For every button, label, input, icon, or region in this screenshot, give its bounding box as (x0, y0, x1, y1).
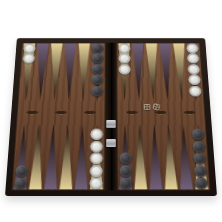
point[interactable] (117, 43, 132, 100)
white-checker[interactable] (22, 54, 34, 64)
points-bottom-right (118, 124, 210, 189)
black-checker[interactable] (91, 85, 103, 96)
black-checker[interactable] (92, 64, 104, 74)
board-half-left (11, 43, 105, 191)
dark-point-triangle (44, 124, 60, 189)
center-bar (105, 43, 117, 191)
dark-point-triangle (148, 124, 163, 189)
inlay-medallion (125, 110, 139, 115)
point[interactable] (76, 43, 91, 100)
light-point-triangle (77, 43, 90, 100)
white-checker[interactable] (118, 64, 130, 74)
light-point-triangle (59, 124, 74, 189)
white-checker[interactable] (90, 177, 103, 189)
point[interactable] (190, 124, 209, 189)
light-point-triangle (145, 43, 159, 100)
black-checker[interactable] (194, 165, 208, 177)
inlay-medallion (182, 110, 196, 115)
dark-point-triangle (63, 43, 77, 100)
white-checker[interactable] (188, 64, 200, 74)
inlay-medallion (83, 110, 97, 115)
inlay-band-right (118, 101, 205, 125)
white-checker[interactable] (118, 54, 130, 64)
points-top-right (117, 43, 203, 100)
die[interactable] (144, 104, 151, 110)
white-checker[interactable] (187, 54, 199, 64)
point[interactable] (62, 43, 78, 100)
point[interactable] (118, 124, 134, 189)
board-half-right (116, 43, 210, 191)
black-checker[interactable] (92, 43, 104, 53)
white-checker[interactable] (189, 85, 202, 96)
inlay-band-left (17, 101, 104, 125)
backgammon-board (5, 38, 217, 196)
hinge-icon (106, 139, 116, 147)
white-checker[interactable] (118, 43, 130, 53)
points-top-left (19, 43, 105, 100)
hinge-icon (106, 120, 116, 128)
point[interactable] (73, 124, 89, 189)
black-checker[interactable] (192, 141, 205, 153)
black-checker[interactable] (119, 153, 132, 165)
point[interactable] (186, 43, 204, 100)
light-point-triangle (48, 43, 63, 100)
point[interactable] (89, 124, 105, 189)
black-checker[interactable] (193, 153, 206, 165)
white-checker[interactable] (188, 75, 201, 85)
product-photo (0, 0, 222, 222)
inlay-medallion (54, 110, 68, 115)
dark-point-triangle (74, 124, 88, 189)
dice-pair[interactable] (144, 104, 160, 110)
point[interactable] (58, 124, 75, 189)
black-checker[interactable] (92, 54, 104, 64)
black-checker[interactable] (195, 177, 209, 189)
points-bottom-left (12, 124, 104, 189)
white-checker[interactable] (91, 129, 104, 140)
black-checker[interactable] (14, 165, 28, 177)
point[interactable] (90, 43, 105, 100)
black-checker[interactable] (91, 75, 103, 85)
inlay-medallion (25, 110, 39, 115)
white-checker[interactable] (187, 43, 199, 53)
black-checker[interactable] (192, 129, 205, 140)
die[interactable] (153, 103, 161, 110)
black-checker[interactable] (119, 177, 132, 189)
dark-point-triangle (132, 43, 145, 100)
white-checker[interactable] (90, 165, 103, 177)
black-checker[interactable] (119, 165, 132, 177)
white-checker[interactable] (90, 141, 103, 153)
inlay-medallion (154, 110, 168, 115)
white-checker[interactable] (90, 153, 103, 165)
light-point-triangle (133, 124, 147, 189)
